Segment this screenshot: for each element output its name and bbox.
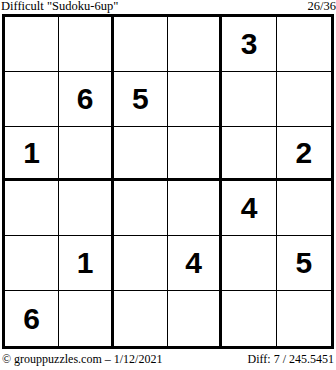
cell-r5c3-empty[interactable] (114, 236, 168, 291)
page-header: Difficult "Sudoku-6up" 26/36 (1, 0, 336, 14)
cell-r3c5-empty[interactable] (222, 127, 276, 182)
puzzle-counter: 26/36 (308, 0, 336, 13)
cell-r1c3-empty[interactable] (114, 17, 168, 72)
cell-r1c2-empty[interactable] (59, 17, 113, 72)
cell-r2c1-empty[interactable] (5, 72, 59, 127)
cell-r5c5-empty[interactable] (222, 236, 276, 291)
cell-r1c6-empty[interactable] (277, 17, 331, 72)
difficulty-text: Diff: 7 / 245.5451 (248, 352, 334, 366)
cell-r3c2-empty[interactable] (59, 127, 113, 182)
cell-r2c4-empty[interactable] (168, 72, 222, 127)
cell-r3c1-given[interactable]: 1 (5, 127, 59, 182)
cell-r6c2-empty[interactable] (59, 291, 113, 346)
cell-r6c5-empty[interactable] (222, 291, 276, 346)
cell-r4c3-empty[interactable] (114, 181, 168, 236)
cell-r1c5-given[interactable]: 3 (222, 17, 276, 72)
cell-r5c2-given[interactable]: 1 (59, 236, 113, 291)
cell-r4c2-empty[interactable] (59, 181, 113, 236)
page-footer: © grouppuzzles.com – 1/12/2021 Diff: 7 /… (2, 352, 334, 366)
cell-r6c4-empty[interactable] (168, 291, 222, 346)
cell-r1c4-empty[interactable] (168, 17, 222, 72)
cell-r2c2-given[interactable]: 6 (59, 72, 113, 127)
page-title: Difficult "Sudoku-6up" (1, 0, 118, 13)
cell-r5c6-given[interactable]: 5 (277, 236, 331, 291)
copyright-text: © grouppuzzles.com – 1/12/2021 (2, 352, 162, 366)
cell-r6c1-given[interactable]: 6 (5, 291, 59, 346)
cell-r3c6-given[interactable]: 2 (277, 127, 331, 182)
cell-r4c1-empty[interactable] (5, 181, 59, 236)
cell-r4c6-empty[interactable] (277, 181, 331, 236)
cell-r4c5-given[interactable]: 4 (222, 181, 276, 236)
cell-r2c6-empty[interactable] (277, 72, 331, 127)
cell-r3c4-empty[interactable] (168, 127, 222, 182)
cell-r6c3-empty[interactable] (114, 291, 168, 346)
cell-r2c3-given[interactable]: 5 (114, 72, 168, 127)
cell-r5c4-given[interactable]: 4 (168, 236, 222, 291)
cell-r6c6-empty[interactable] (277, 291, 331, 346)
cell-r4c4-empty[interactable] (168, 181, 222, 236)
cell-r2c5-empty[interactable] (222, 72, 276, 127)
cell-r3c3-empty[interactable] (114, 127, 168, 182)
cell-r5c1-empty[interactable] (5, 236, 59, 291)
cell-r1c1-empty[interactable] (5, 17, 59, 72)
sudoku-board: 3651241456 (2, 14, 334, 349)
